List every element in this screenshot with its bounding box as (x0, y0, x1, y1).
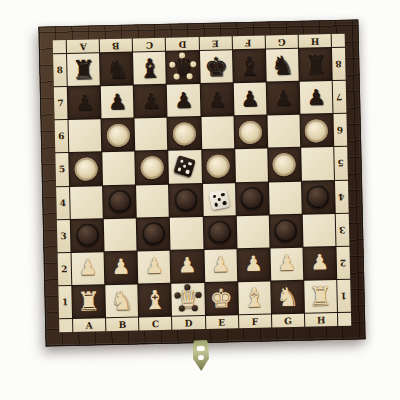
square-h3[interactable] (303, 214, 336, 247)
rank-label-7-right: 7 (333, 81, 347, 113)
square-g4[interactable] (269, 181, 302, 214)
clasp-hole (197, 346, 205, 351)
square-h4[interactable] (302, 181, 335, 214)
checker-black[interactable] (307, 185, 331, 209)
file-label-b-bottom: B (106, 317, 138, 331)
chess-board: ♜♞♝♛♚♝♞♜♟♟♟♟♟♟♟♟♟♟♟♟♟♟♟♟♜♞♝♛♚♝♞♜ (67, 48, 337, 318)
square-d7[interactable]: ♟ (167, 84, 200, 117)
die-pip (217, 197, 221, 201)
rank-label-4-right: 4 (335, 180, 349, 212)
square-c4[interactable] (136, 184, 169, 217)
die-pip (180, 159, 184, 163)
square-e5[interactable] (202, 150, 235, 183)
square-c8[interactable]: ♝ (133, 52, 166, 85)
square-d6[interactable] (168, 117, 201, 150)
square-f8[interactable]: ♝ (233, 50, 266, 83)
rank-label-text: 3 (339, 224, 345, 234)
checker-black[interactable] (108, 190, 132, 214)
checker-white[interactable] (140, 156, 164, 180)
square-e1[interactable]: ♚ (205, 282, 238, 315)
piece-white-knight[interactable]: ♞ (275, 284, 299, 311)
rank-label-text: 2 (340, 258, 346, 268)
die-pip (186, 170, 190, 174)
wooden-chess-box: ABCDEFGH 87654321 ♜♞♝♛♚♝♞♜♟♟♟♟♟♟♟♟♟♟♟♟♟♟… (38, 19, 365, 346)
file-label-d-top: D (166, 37, 198, 51)
square-a2[interactable]: ♟ (72, 252, 105, 285)
file-label-text: G (278, 37, 286, 47)
square-a3[interactable] (71, 219, 104, 252)
rank-label-6-right: 6 (333, 114, 347, 146)
die-pip (178, 168, 182, 172)
checker-black[interactable] (142, 222, 166, 246)
square-b7[interactable]: ♟ (101, 86, 134, 119)
piece-black-rook[interactable]: ♜ (72, 56, 96, 83)
rank-label-text: 7 (336, 92, 342, 102)
square-c1[interactable]: ♝ (139, 284, 172, 317)
clasp-hole (198, 355, 204, 360)
square-h6[interactable] (300, 114, 333, 147)
square-b4[interactable] (103, 185, 136, 218)
square-g1[interactable]: ♞ (271, 281, 304, 314)
rank-label-5-right: 5 (334, 147, 348, 179)
piece-black-pawn[interactable]: ♟ (75, 92, 94, 113)
square-e3[interactable] (203, 216, 236, 249)
file-label-c-bottom: C (139, 317, 171, 331)
square-a5[interactable] (69, 153, 102, 186)
piece-white-bishop[interactable]: ♝ (242, 285, 266, 312)
die-pip (222, 201, 226, 205)
piece-white-pawn[interactable]: ♟ (145, 256, 164, 277)
die-black[interactable] (174, 156, 196, 178)
band-corner-tl (53, 40, 66, 53)
rank-label-8-right: 8 (332, 48, 346, 80)
square-h1[interactable]: ♜ (304, 280, 337, 313)
square-c6[interactable] (135, 118, 168, 151)
square-h7[interactable]: ♟ (300, 81, 333, 114)
rank-label-text: 5 (338, 158, 344, 168)
checker-white[interactable] (74, 157, 98, 181)
piece-white-knight[interactable]: ♞ (110, 288, 134, 315)
rank-label-3-left: 3 (57, 220, 71, 252)
checker-white[interactable] (206, 154, 230, 178)
piece-white-rook[interactable]: ♜ (77, 288, 101, 315)
file-label-text: C (145, 40, 152, 50)
rank-label-6-left: 6 (55, 120, 69, 152)
piece-white-pawn[interactable]: ♟ (111, 257, 130, 278)
rank-label-text: 6 (337, 125, 343, 135)
square-e4[interactable] (203, 183, 236, 216)
die-pip (188, 162, 192, 166)
piece-white-king[interactable]: ♚ (209, 285, 233, 312)
square-a8[interactable]: ♜ (67, 53, 100, 86)
rank-label-4-left: 4 (56, 187, 70, 219)
piece-black-pawn[interactable]: ♟ (240, 88, 259, 109)
square-f3[interactable] (236, 215, 269, 248)
checker-black[interactable] (274, 219, 298, 243)
piece-black-pawn[interactable]: ♟ (141, 91, 160, 112)
band-corner-bl (59, 319, 72, 332)
square-g6[interactable] (267, 115, 300, 148)
square-b2[interactable]: ♟ (105, 251, 138, 284)
band-corner-tr (332, 34, 345, 47)
file-label-f-bottom: F (239, 314, 271, 328)
box-clasp (193, 340, 210, 371)
rank-label-text: 8 (336, 59, 342, 69)
square-e2[interactable]: ♟ (204, 249, 237, 282)
file-label-text: F (245, 37, 252, 47)
square-h2[interactable]: ♟ (303, 247, 336, 280)
piece-black-king[interactable]: ♚ (204, 53, 228, 80)
square-d8[interactable]: ♛ (166, 51, 199, 84)
file-label-g-bottom: G (272, 314, 304, 328)
piece-white-pawn[interactable]: ♟ (277, 253, 296, 274)
file-label-f-top: F (232, 36, 264, 50)
file-label-h-bottom: H (305, 313, 337, 327)
file-label-a-bottom: A (73, 318, 105, 332)
square-f7[interactable]: ♟ (233, 83, 266, 116)
piece-white-pawn[interactable]: ♟ (310, 252, 329, 273)
square-b1[interactable]: ♞ (105, 284, 138, 317)
checker-black[interactable] (174, 188, 198, 212)
checker-white[interactable] (273, 153, 297, 177)
file-label-text: E (212, 38, 219, 48)
square-c7[interactable]: ♟ (134, 85, 167, 118)
piece-black-pawn[interactable]: ♟ (273, 88, 292, 109)
square-g5[interactable] (268, 148, 301, 181)
die-pip (214, 202, 218, 206)
file-label-a-top: A (67, 39, 99, 53)
square-f4[interactable] (236, 182, 269, 215)
square-c2[interactable]: ♟ (138, 250, 171, 283)
piece-black-knight[interactable]: ♞ (270, 52, 294, 79)
square-h8[interactable]: ♜ (299, 48, 332, 81)
piece-black-pawn[interactable]: ♟ (108, 91, 127, 112)
piece-black-pawn[interactable]: ♟ (174, 90, 193, 111)
square-a6[interactable] (69, 120, 102, 153)
square-c3[interactable] (137, 217, 170, 250)
piece-black-queen[interactable]: ♛ (171, 54, 195, 81)
rank-label-8-left: 8 (53, 54, 67, 86)
square-f1[interactable]: ♝ (238, 281, 271, 314)
file-label-text: H (310, 36, 319, 46)
rank-label-text: 4 (339, 191, 345, 201)
piece-black-rook[interactable]: ♜ (303, 51, 327, 78)
piece-white-pawn[interactable]: ♟ (244, 254, 263, 275)
file-label-e-top: E (199, 36, 231, 50)
file-label-g-top: G (265, 35, 297, 49)
rank-label-5-left: 5 (55, 153, 69, 185)
die-pip (183, 165, 187, 169)
square-e8[interactable]: ♚ (200, 50, 233, 83)
file-label-c-top: C (133, 38, 165, 52)
square-a1[interactable]: ♜ (72, 285, 105, 318)
square-f2[interactable]: ♟ (237, 248, 270, 281)
square-b6[interactable] (102, 119, 135, 152)
piece-black-bishop[interactable]: ♝ (138, 55, 162, 82)
piece-white-pawn[interactable]: ♟ (178, 255, 197, 276)
square-g7[interactable]: ♟ (266, 82, 299, 115)
square-g2[interactable]: ♟ (270, 247, 303, 280)
rank-label-1-right: 1 (337, 280, 351, 312)
square-a7[interactable]: ♟ (68, 86, 101, 119)
square-d1[interactable]: ♛ (172, 283, 205, 316)
square-g3[interactable] (269, 214, 302, 247)
square-h5[interactable] (301, 147, 334, 180)
file-label-text: D (178, 39, 186, 49)
checker-white[interactable] (305, 119, 329, 143)
square-d2[interactable]: ♟ (171, 250, 204, 283)
checker-black[interactable] (75, 224, 99, 248)
coordinate-band: ABCDEFGH 87654321 ♜♞♝♛♚♝♞♜♟♟♟♟♟♟♟♟♟♟♟♟♟♟… (53, 34, 352, 333)
file-label-b-top: B (100, 39, 132, 53)
piece-black-knight[interactable]: ♞ (105, 56, 129, 83)
piece-white-rook[interactable]: ♜ (309, 283, 333, 310)
square-f5[interactable] (235, 149, 268, 182)
square-a4[interactable] (70, 186, 103, 219)
square-g8[interactable]: ♞ (266, 49, 299, 82)
square-d5[interactable] (169, 150, 202, 183)
rank-label-2-left: 2 (58, 253, 72, 285)
square-c5[interactable] (136, 151, 169, 184)
file-label-d-bottom: D (172, 316, 204, 330)
file-label-h-top: H (299, 34, 331, 48)
rank-label-1-left: 1 (58, 286, 72, 318)
checker-white[interactable] (173, 122, 197, 146)
die-pip (212, 194, 216, 198)
die-white[interactable] (208, 189, 229, 210)
checker-white[interactable] (106, 123, 130, 147)
square-b5[interactable] (102, 152, 135, 185)
square-b8[interactable]: ♞ (100, 53, 133, 86)
square-f6[interactable] (234, 116, 267, 149)
photo-background: ABCDEFGH 87654321 ♜♞♝♛♚♝♞♜♟♟♟♟♟♟♟♟♟♟♟♟♟♟… (0, 0, 400, 400)
square-d4[interactable] (169, 184, 202, 217)
square-e6[interactable] (201, 117, 234, 150)
piece-black-pawn[interactable]: ♟ (207, 89, 226, 110)
square-e7[interactable]: ♟ (200, 83, 233, 116)
checker-black[interactable] (240, 187, 264, 211)
rank-label-2-right: 2 (336, 246, 350, 278)
rank-label-7-left: 7 (54, 87, 68, 119)
file-label-text: A (79, 41, 86, 51)
band-corner-br (338, 313, 351, 326)
rank-label-3-right: 3 (336, 213, 350, 245)
file-label-text: B (112, 40, 120, 50)
square-d3[interactable] (170, 217, 203, 250)
die-pip (220, 192, 224, 196)
piece-white-pawn[interactable]: ♟ (211, 255, 230, 276)
rank-label-text: 1 (341, 291, 347, 301)
piece-white-queen[interactable]: ♛ (176, 286, 200, 313)
checker-black[interactable] (208, 221, 232, 245)
piece-white-bishop[interactable]: ♝ (143, 287, 167, 314)
checker-white[interactable] (239, 120, 263, 144)
piece-white-pawn[interactable]: ♟ (78, 258, 97, 279)
square-b3[interactable] (104, 218, 137, 251)
piece-black-bishop[interactable]: ♝ (237, 53, 261, 80)
piece-black-pawn[interactable]: ♟ (306, 87, 325, 108)
file-label-e-bottom: E (206, 315, 238, 329)
